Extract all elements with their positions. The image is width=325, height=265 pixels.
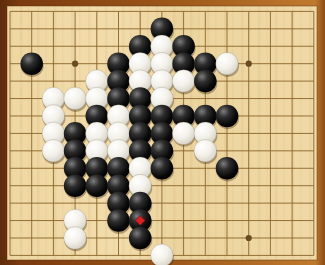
stone-white	[42, 140, 65, 165]
stone-white	[64, 227, 87, 251]
stone-white	[64, 87, 87, 112]
stone-white	[172, 70, 195, 95]
stone-white	[172, 122, 195, 147]
stone-white	[216, 52, 239, 77]
gomoku-app	[0, 0, 325, 265]
stone-white	[194, 140, 217, 165]
gomoku-board[interactable]	[0, 0, 325, 265]
